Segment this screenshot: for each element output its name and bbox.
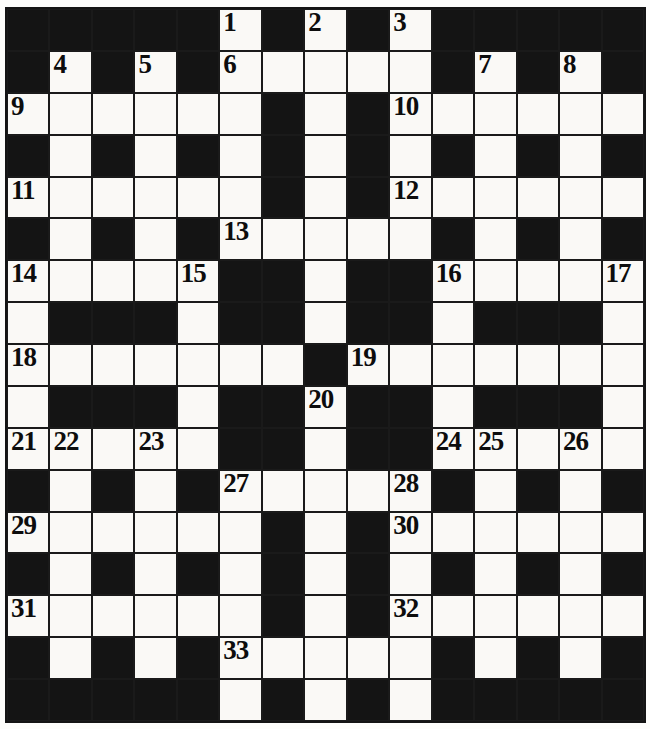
clue-number-7: 7 [478,51,491,78]
cell-r14-c11[interactable] [474,595,516,637]
cell-r10-c0[interactable]: 21 [7,428,49,470]
crossword-grid: 1234567891011121314151617181920212223242… [5,7,646,723]
clue-number-20: 20 [308,386,333,413]
block-r2-c8 [347,93,389,135]
cell-r13-c5[interactable] [219,553,261,595]
cell-r6-c4[interactable]: 15 [177,260,219,302]
clue-number-15: 15 [181,260,206,287]
cell-r6-c12[interactable] [517,260,559,302]
clue-number-5: 5 [138,51,151,78]
cell-r4-c9[interactable]: 12 [389,177,431,219]
clue-number-10: 10 [393,93,418,120]
clue-number-29: 29 [11,512,36,539]
cell-r14-c14[interactable] [602,595,644,637]
cell-r14-c2[interactable] [92,595,134,637]
cell-r5-c8[interactable] [347,218,389,260]
clue-number-25: 25 [478,428,503,455]
cell-r1-c6[interactable] [262,51,304,93]
cell-r7-c14[interactable] [602,302,644,344]
block-r9-c13 [559,386,601,428]
cell-r12-c1[interactable] [49,512,91,554]
block-r7-c2 [92,302,134,344]
block-r13-c0 [7,553,49,595]
cell-r12-c11[interactable] [474,512,516,554]
block-r3-c10 [432,135,474,177]
cell-r4-c12[interactable] [517,177,559,219]
block-r9-c1 [49,386,91,428]
cell-r11-c13[interactable] [559,470,601,512]
block-r14-c6 [262,595,304,637]
cell-r13-c1[interactable] [49,553,91,595]
block-r15-c12 [517,637,559,679]
cell-r13-c11[interactable] [474,553,516,595]
clue-number-4: 4 [53,51,66,78]
cell-r3-c11[interactable] [474,135,516,177]
cell-r10-c2[interactable] [92,428,134,470]
cell-r5-c1[interactable] [49,218,91,260]
cell-r9-c0[interactable] [7,386,49,428]
cell-r13-c7[interactable] [304,553,346,595]
block-r3-c12 [517,135,559,177]
block-r0-c11 [474,9,516,51]
block-r0-c3 [134,9,176,51]
cell-r12-c0[interactable]: 29 [7,512,49,554]
block-r7-c3 [134,302,176,344]
block-r16-c10 [432,679,474,721]
clue-number-21: 21 [11,428,36,455]
block-r7-c13 [559,302,601,344]
block-r13-c10 [432,553,474,595]
block-r9-c11 [474,386,516,428]
cell-r10-c3[interactable]: 23 [134,428,176,470]
cell-r2-c14[interactable] [602,93,644,135]
block-r5-c4 [177,218,219,260]
cell-r14-c9[interactable]: 32 [389,595,431,637]
block-r1-c12 [517,51,559,93]
clue-number-31: 31 [11,595,36,622]
block-r11-c4 [177,470,219,512]
block-r7-c1 [49,302,91,344]
cell-r6-c7[interactable] [304,260,346,302]
block-r9-c8 [347,386,389,428]
cell-r9-c4[interactable] [177,386,219,428]
cell-r10-c13[interactable]: 26 [559,428,601,470]
block-r9-c12 [517,386,559,428]
clue-number-17: 17 [606,260,631,287]
block-r5-c0 [7,218,49,260]
block-r0-c8 [347,9,389,51]
clue-number-22: 22 [53,428,78,455]
cell-r8-c4[interactable] [177,344,219,386]
cell-r14-c0[interactable]: 31 [7,595,49,637]
block-r7-c6 [262,302,304,344]
block-r15-c4 [177,637,219,679]
cell-r11-c3[interactable] [134,470,176,512]
cell-r10-c4[interactable] [177,428,219,470]
cell-r8-c2[interactable] [92,344,134,386]
block-r15-c14 [602,637,644,679]
cell-r14-c3[interactable] [134,595,176,637]
cell-r5-c11[interactable] [474,218,516,260]
block-r14-c8 [347,595,389,637]
block-r13-c12 [517,553,559,595]
block-r4-c8 [347,177,389,219]
block-r12-c8 [347,512,389,554]
cell-r1-c3[interactable]: 5 [134,51,176,93]
cell-r2-c12[interactable] [517,93,559,135]
cell-r11-c5[interactable]: 27 [219,470,261,512]
cell-r5-c9[interactable] [389,218,431,260]
clue-number-2: 2 [308,9,321,36]
cell-r1-c5[interactable]: 6 [219,51,261,93]
block-r16-c11 [474,679,516,721]
block-r13-c2 [92,553,134,595]
cell-r2-c5[interactable] [219,93,261,135]
clue-number-30: 30 [393,512,418,539]
block-r5-c14 [602,218,644,260]
block-r3-c14 [602,135,644,177]
block-r15-c0 [7,637,49,679]
cell-r4-c13[interactable] [559,177,601,219]
block-r16-c1 [49,679,91,721]
cell-r15-c13[interactable] [559,637,601,679]
clue-number-14: 14 [11,260,36,287]
block-r1-c14 [602,51,644,93]
cell-r2-c1[interactable] [49,93,91,135]
block-r13-c8 [347,553,389,595]
cell-r15-c8[interactable] [347,637,389,679]
cell-r8-c11[interactable] [474,344,516,386]
block-r0-c13 [559,9,601,51]
block-r9-c6 [262,386,304,428]
block-r10-c6 [262,428,304,470]
block-r8-c7 [304,344,346,386]
cell-r15-c11[interactable] [474,637,516,679]
cell-r14-c4[interactable] [177,595,219,637]
cell-r2-c0[interactable]: 9 [7,93,49,135]
cell-r8-c13[interactable] [559,344,601,386]
cell-r6-c10[interactable]: 16 [432,260,474,302]
block-r7-c12 [517,302,559,344]
cell-r10-c7[interactable] [304,428,346,470]
block-r9-c5 [219,386,261,428]
cell-r2-c2[interactable] [92,93,134,135]
cell-r14-c10[interactable] [432,595,474,637]
cell-r1-c8[interactable] [347,51,389,93]
cell-r16-c9[interactable] [389,679,431,721]
clue-number-9: 9 [11,93,24,120]
cell-r8-c12[interactable] [517,344,559,386]
cell-r10-c11[interactable]: 25 [474,428,516,470]
block-r9-c3 [134,386,176,428]
cell-r15-c1[interactable] [49,637,91,679]
cell-r14-c13[interactable] [559,595,601,637]
cell-r15-c9[interactable] [389,637,431,679]
cell-r3-c7[interactable] [304,135,346,177]
cell-r2-c3[interactable] [134,93,176,135]
cell-r12-c5[interactable] [219,512,261,554]
cell-r1-c11[interactable]: 7 [474,51,516,93]
clue-number-8: 8 [563,51,576,78]
block-r1-c2 [92,51,134,93]
cell-r9-c10[interactable] [432,386,474,428]
cell-r12-c3[interactable] [134,512,176,554]
block-r12-c6 [262,512,304,554]
cell-r8-c3[interactable] [134,344,176,386]
block-r16-c2 [92,679,134,721]
cell-r12-c10[interactable] [432,512,474,554]
cell-r4-c14[interactable] [602,177,644,219]
cell-r16-c5[interactable] [219,679,261,721]
clue-number-28: 28 [393,470,418,497]
block-r7-c11 [474,302,516,344]
cell-r0-c7[interactable]: 2 [304,9,346,51]
block-r16-c13 [559,679,601,721]
cell-r8-c5[interactable] [219,344,261,386]
cell-r2-c4[interactable] [177,93,219,135]
block-r16-c14 [602,679,644,721]
block-r7-c8 [347,302,389,344]
clue-number-11: 11 [11,177,35,204]
cell-r10-c12[interactable] [517,428,559,470]
cell-r3-c3[interactable] [134,135,176,177]
cell-r12-c2[interactable] [92,512,134,554]
block-r0-c2 [92,9,134,51]
cell-r1-c13[interactable]: 8 [559,51,601,93]
block-r9-c2 [92,386,134,428]
cell-r3-c13[interactable] [559,135,601,177]
cell-r11-c1[interactable] [49,470,91,512]
block-r3-c6 [262,135,304,177]
cell-r0-c5[interactable]: 1 [219,9,261,51]
block-r13-c6 [262,553,304,595]
cell-r16-c7[interactable] [304,679,346,721]
block-r3-c8 [347,135,389,177]
cell-r15-c7[interactable] [304,637,346,679]
cell-r5-c6[interactable] [262,218,304,260]
cell-r6-c2[interactable] [92,260,134,302]
cell-r13-c13[interactable] [559,553,601,595]
cell-r9-c14[interactable] [602,386,644,428]
cell-r12-c13[interactable] [559,512,601,554]
cell-r14-c12[interactable] [517,595,559,637]
cell-r5-c3[interactable] [134,218,176,260]
block-r3-c4 [177,135,219,177]
cell-r11-c11[interactable] [474,470,516,512]
cell-r6-c3[interactable] [134,260,176,302]
cell-r8-c0[interactable]: 18 [7,344,49,386]
block-r16-c6 [262,679,304,721]
block-r5-c2 [92,218,134,260]
clue-number-3: 3 [393,9,406,36]
block-r0-c1 [49,9,91,51]
cell-r8-c9[interactable] [389,344,431,386]
block-r10-c5 [219,428,261,470]
block-r7-c9 [389,302,431,344]
block-r6-c9 [389,260,431,302]
cell-r5-c13[interactable] [559,218,601,260]
clue-number-23: 23 [138,428,163,455]
cell-r1-c9[interactable] [389,51,431,93]
cell-r6-c0[interactable]: 14 [7,260,49,302]
cell-r6-c13[interactable] [559,260,601,302]
cell-r3-c9[interactable] [389,135,431,177]
block-r3-c2 [92,135,134,177]
cell-r8-c1[interactable] [49,344,91,386]
block-r11-c0 [7,470,49,512]
cell-r8-c14[interactable] [602,344,644,386]
clue-number-12: 12 [393,177,418,204]
cell-r8-c8[interactable]: 19 [347,344,389,386]
clue-number-18: 18 [11,344,36,371]
block-r5-c10 [432,218,474,260]
cell-r4-c5[interactable] [219,177,261,219]
clue-number-26: 26 [563,428,588,455]
cell-r11-c9[interactable]: 28 [389,470,431,512]
cell-r4-c0[interactable]: 11 [7,177,49,219]
clue-number-19: 19 [351,344,376,371]
cell-r12-c12[interactable] [517,512,559,554]
block-r11-c14 [602,470,644,512]
block-r5-c12 [517,218,559,260]
cell-r11-c6[interactable] [262,470,304,512]
block-r11-c10 [432,470,474,512]
cell-r4-c7[interactable] [304,177,346,219]
cell-r15-c6[interactable] [262,637,304,679]
cell-r14-c5[interactable] [219,595,261,637]
block-r7-c5 [219,302,261,344]
cell-r2-c9[interactable]: 10 [389,93,431,135]
cell-r12-c14[interactable] [602,512,644,554]
cell-r4-c10[interactable] [432,177,474,219]
clue-number-1: 1 [223,9,236,36]
block-r16-c4 [177,679,219,721]
block-r15-c10 [432,637,474,679]
cell-r4-c4[interactable] [177,177,219,219]
block-r11-c12 [517,470,559,512]
block-r10-c8 [347,428,389,470]
cell-r6-c11[interactable] [474,260,516,302]
clue-number-32: 32 [393,595,418,622]
block-r0-c14 [602,9,644,51]
block-r0-c0 [7,9,49,51]
clue-number-13: 13 [223,218,248,245]
cell-r4-c3[interactable] [134,177,176,219]
cell-r4-c11[interactable] [474,177,516,219]
block-r11-c2 [92,470,134,512]
block-r0-c4 [177,9,219,51]
cell-r14-c1[interactable] [49,595,91,637]
block-r13-c14 [602,553,644,595]
block-r13-c4 [177,553,219,595]
cell-r8-c6[interactable] [262,344,304,386]
cell-r7-c10[interactable] [432,302,474,344]
block-r2-c6 [262,93,304,135]
block-r16-c8 [347,679,389,721]
cell-r15-c5[interactable]: 33 [219,637,261,679]
cell-r4-c1[interactable] [49,177,91,219]
cell-r3-c5[interactable] [219,135,261,177]
block-r15-c2 [92,637,134,679]
cell-r14-c7[interactable] [304,595,346,637]
cell-r15-c3[interactable] [134,637,176,679]
block-r16-c3 [134,679,176,721]
clue-number-6: 6 [223,51,236,78]
cell-r5-c5[interactable]: 13 [219,218,261,260]
block-r1-c10 [432,51,474,93]
cell-r10-c1[interactable]: 22 [49,428,91,470]
cell-r0-c9[interactable]: 3 [389,9,431,51]
block-r4-c6 [262,177,304,219]
cell-r2-c13[interactable] [559,93,601,135]
cell-r2-c7[interactable] [304,93,346,135]
cell-r7-c0[interactable] [7,302,49,344]
block-r0-c12 [517,9,559,51]
cell-r4-c2[interactable] [92,177,134,219]
block-r6-c8 [347,260,389,302]
cell-r2-c10[interactable] [432,93,474,135]
cell-r12-c7[interactable] [304,512,346,554]
cell-r9-c7[interactable]: 20 [304,386,346,428]
cell-r10-c10[interactable]: 24 [432,428,474,470]
cell-r3-c1[interactable] [49,135,91,177]
block-r16-c0 [7,679,49,721]
clue-number-27: 27 [223,470,248,497]
cell-r1-c7[interactable] [304,51,346,93]
block-r16-c12 [517,679,559,721]
cell-r11-c8[interactable] [347,470,389,512]
cell-r13-c3[interactable] [134,553,176,595]
cell-r6-c14[interactable]: 17 [602,260,644,302]
block-r9-c9 [389,386,431,428]
cell-r5-c7[interactable] [304,218,346,260]
block-r3-c0 [7,135,49,177]
block-r1-c4 [177,51,219,93]
cell-r13-c9[interactable] [389,553,431,595]
cell-r12-c4[interactable] [177,512,219,554]
block-r6-c6 [262,260,304,302]
cell-r7-c4[interactable] [177,302,219,344]
cell-r7-c7[interactable] [304,302,346,344]
cell-r10-c14[interactable] [602,428,644,470]
cell-r2-c11[interactable] [474,93,516,135]
clue-number-16: 16 [436,260,461,287]
cell-r12-c9[interactable]: 30 [389,512,431,554]
cell-r6-c1[interactable] [49,260,91,302]
block-r0-c10 [432,9,474,51]
block-r0-c6 [262,9,304,51]
cell-r11-c7[interactable] [304,470,346,512]
block-r10-c9 [389,428,431,470]
clue-number-33: 33 [223,637,248,664]
block-r6-c5 [219,260,261,302]
cell-r8-c10[interactable] [432,344,474,386]
clue-number-24: 24 [436,428,461,455]
block-r1-c0 [7,51,49,93]
cell-r1-c1[interactable]: 4 [49,51,91,93]
